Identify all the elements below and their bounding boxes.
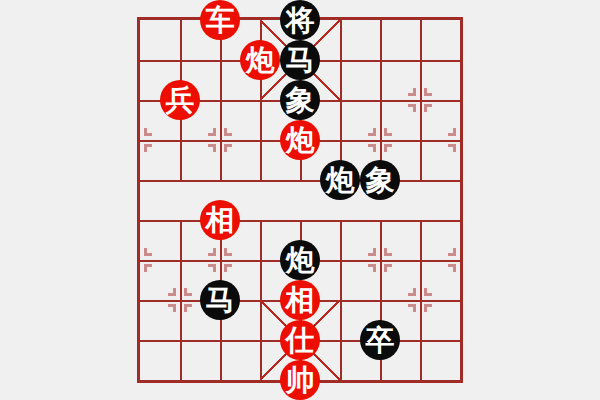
piece-red-elephant-1[interactable]: 相 — [200, 200, 240, 240]
piece-black-elephant-1[interactable]: 象 — [280, 80, 320, 120]
point-marker — [424, 304, 432, 312]
point-marker — [368, 144, 376, 152]
point-marker — [184, 288, 192, 296]
point-marker — [448, 144, 456, 152]
point-marker — [448, 264, 456, 272]
point-marker — [208, 264, 216, 272]
board-cell — [140, 340, 180, 380]
point-marker — [408, 104, 416, 112]
board-cell — [340, 20, 380, 60]
piece-black-horse-1[interactable]: 马 — [280, 40, 320, 80]
board-cell — [140, 180, 180, 220]
point-marker — [168, 304, 176, 312]
point-marker — [168, 288, 176, 296]
board-cell — [340, 60, 380, 100]
xiangqi-diagram: 车将炮马兵象炮炮象相炮马相仕卒帅 — [0, 0, 600, 400]
board-cell — [420, 180, 460, 220]
point-marker — [208, 248, 216, 256]
point-marker — [184, 304, 192, 312]
point-marker — [208, 128, 216, 136]
piece-red-cannon-2[interactable]: 炮 — [280, 120, 320, 160]
board-cell — [180, 340, 220, 380]
piece-black-cannon-2[interactable]: 炮 — [280, 240, 320, 280]
board-cell — [380, 20, 420, 60]
point-marker — [408, 304, 416, 312]
point-marker — [144, 144, 152, 152]
piece-red-elephant-2[interactable]: 相 — [280, 280, 320, 320]
board-cell — [420, 340, 460, 380]
point-marker — [208, 144, 216, 152]
piece-black-elephant-2[interactable]: 象 — [360, 160, 400, 200]
point-marker — [448, 128, 456, 136]
piece-black-soldier[interactable]: 卒 — [360, 320, 400, 360]
point-marker — [224, 248, 232, 256]
point-marker — [224, 144, 232, 152]
point-marker — [368, 264, 376, 272]
point-marker — [144, 128, 152, 136]
piece-black-horse-2[interactable]: 马 — [200, 280, 240, 320]
point-marker — [144, 248, 152, 256]
point-marker — [384, 264, 392, 272]
point-marker — [424, 104, 432, 112]
piece-black-cannon-1[interactable]: 炮 — [320, 160, 360, 200]
point-marker — [424, 88, 432, 96]
board-cell — [140, 20, 180, 60]
point-marker — [448, 248, 456, 256]
point-marker — [224, 264, 232, 272]
board-cell — [220, 340, 260, 380]
point-marker — [144, 264, 152, 272]
point-marker — [224, 128, 232, 136]
point-marker — [384, 144, 392, 152]
point-marker — [368, 248, 376, 256]
piece-red-advisor[interactable]: 仕 — [280, 320, 320, 360]
board-cell — [420, 20, 460, 60]
point-marker — [408, 88, 416, 96]
point-marker — [384, 128, 392, 136]
piece-black-general[interactable]: 将 — [280, 0, 320, 40]
point-marker — [424, 288, 432, 296]
point-marker — [408, 288, 416, 296]
piece-red-cannon-1[interactable]: 炮 — [240, 40, 280, 80]
point-marker — [384, 248, 392, 256]
board-cell — [260, 180, 300, 220]
piece-red-chariot[interactable]: 车 — [200, 0, 240, 40]
piece-red-general[interactable]: 帅 — [280, 360, 320, 400]
point-marker — [368, 128, 376, 136]
piece-red-soldier[interactable]: 兵 — [160, 80, 200, 120]
